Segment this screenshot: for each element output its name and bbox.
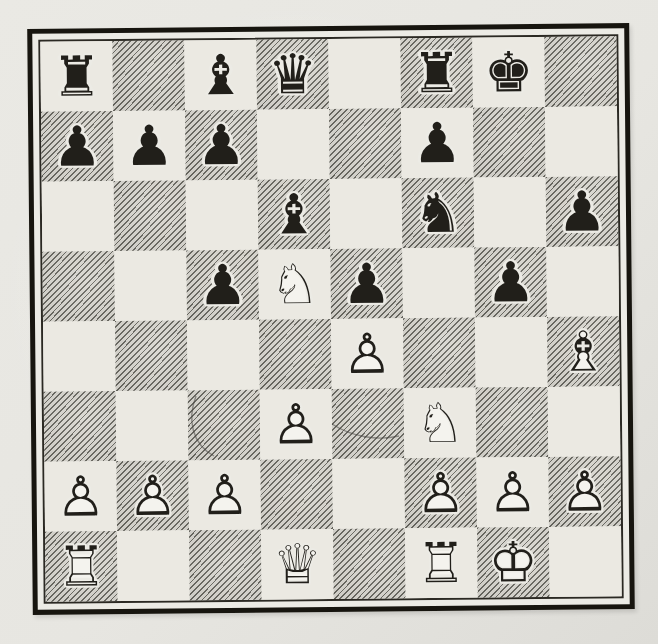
- square-c5: ♟: [186, 250, 259, 321]
- square-f3: ♞♘: [404, 388, 477, 459]
- black-bishop-d6: ♝: [258, 179, 331, 250]
- square-g1: ♚♔: [477, 527, 550, 598]
- square-c1: [189, 530, 262, 601]
- white-king-g1: ♚♔: [477, 527, 550, 598]
- white-piece-outline: ♙: [116, 460, 189, 531]
- square-g6: [474, 177, 547, 248]
- white-rook-a1: ♜♖: [45, 531, 118, 602]
- square-h2: ♟♙: [548, 456, 621, 527]
- black-knight-f6: ♞: [402, 178, 475, 249]
- black-piece-glyph: ♟: [546, 176, 619, 247]
- white-piece-outline: ♙: [331, 318, 404, 389]
- black-pawn-e5: ♟: [330, 248, 403, 319]
- square-f4: [403, 318, 476, 389]
- white-rook-f1: ♜♖: [405, 528, 478, 599]
- black-pawn-c7: ♟: [185, 110, 258, 181]
- white-pawn-c2: ♟♙: [188, 460, 261, 531]
- square-e4: ♟♙: [331, 318, 404, 389]
- square-d1: ♛♕: [261, 529, 334, 600]
- white-pawn-d3: ♟♙: [260, 389, 333, 460]
- square-h6: ♟: [546, 176, 619, 247]
- square-g4: [475, 317, 548, 388]
- chess-board: ♜♝♛♜♚♟♟♟♟♝♞♟♟♞♘♟♟♟♙♝♗♟♙♞♘♟♙♟♙♟♙♟♙♟♙♟♙♜♖♛…: [40, 36, 621, 602]
- white-pawn-f2: ♟♙: [404, 458, 477, 529]
- square-e7: [329, 108, 402, 179]
- white-pawn-a2: ♟♙: [44, 461, 117, 532]
- square-b2: ♟♙: [116, 460, 189, 531]
- chess-diagram-frame: ♜♝♛♜♚♟♟♟♟♝♞♟♟♞♘♟♟♟♙♝♗♟♙♞♘♟♙♟♙♟♙♟♙♟♙♟♙♜♖♛…: [27, 23, 635, 615]
- square-d7: [257, 109, 330, 180]
- square-d2: [260, 459, 333, 530]
- black-bishop-c8: ♝: [184, 40, 257, 111]
- square-g5: ♟: [474, 247, 547, 318]
- black-pawn-a7: ♟: [41, 111, 114, 182]
- white-piece-outline: ♙: [260, 389, 333, 460]
- black-pawn-g5: ♟: [474, 247, 547, 318]
- square-a7: ♟: [41, 111, 114, 182]
- square-a1: ♜♖: [45, 531, 118, 602]
- white-pawn-e4: ♟♙: [331, 318, 404, 389]
- black-piece-glyph: ♞: [402, 178, 475, 249]
- square-b4: [115, 320, 188, 391]
- black-piece-glyph: ♛: [256, 39, 329, 110]
- white-piece-outline: ♔: [477, 527, 550, 598]
- square-g3: [476, 387, 549, 458]
- black-piece-glyph: ♟: [330, 248, 403, 319]
- square-f2: ♟♙: [404, 458, 477, 529]
- square-b8: [112, 40, 185, 111]
- square-d5: ♞♘: [258, 249, 331, 320]
- black-piece-glyph: ♝: [184, 40, 257, 111]
- square-h3: [548, 386, 621, 457]
- square-c4: [187, 320, 260, 391]
- square-e8: [328, 38, 401, 109]
- square-a3: [44, 391, 117, 462]
- black-pawn-c5: ♟: [186, 250, 259, 321]
- square-g7: [473, 107, 546, 178]
- white-piece-outline: ♗: [547, 316, 620, 387]
- square-b3: [116, 390, 189, 461]
- square-a6: [42, 181, 115, 252]
- square-h8: [544, 36, 617, 107]
- square-a5: [42, 251, 115, 322]
- square-d8: ♛: [256, 39, 329, 110]
- square-h7: [545, 106, 618, 177]
- white-piece-outline: ♙: [404, 458, 477, 529]
- square-g2: ♟♙: [476, 457, 549, 528]
- white-pawn-b2: ♟♙: [116, 460, 189, 531]
- white-pawn-g2: ♟♙: [476, 457, 549, 528]
- square-f1: ♜♖: [405, 528, 478, 599]
- white-piece-outline: ♕: [261, 529, 334, 600]
- square-e5: ♟: [330, 248, 403, 319]
- white-piece-outline: ♙: [548, 456, 621, 527]
- square-e1: [333, 528, 406, 599]
- black-piece-glyph: ♟: [113, 110, 186, 181]
- square-f7: ♟: [401, 108, 474, 179]
- white-queen-d1: ♛♕: [261, 529, 334, 600]
- black-piece-glyph: ♟: [41, 111, 114, 182]
- square-g8: ♚: [472, 37, 545, 108]
- square-h5: [546, 246, 619, 317]
- square-a4: [43, 321, 116, 392]
- black-piece-glyph: ♜: [40, 41, 113, 112]
- square-c6: [186, 180, 259, 251]
- white-piece-outline: ♖: [405, 528, 478, 599]
- black-king-g8: ♚: [472, 37, 545, 108]
- square-e6: [330, 178, 403, 249]
- white-piece-outline: ♘: [404, 388, 477, 459]
- square-d3: ♟♙: [260, 389, 333, 460]
- square-c8: ♝: [184, 40, 257, 111]
- black-piece-glyph: ♚: [472, 37, 545, 108]
- white-piece-outline: ♙: [476, 457, 549, 528]
- board-inner-border: ♜♝♛♜♚♟♟♟♟♝♞♟♟♞♘♟♟♟♙♝♗♟♙♞♘♟♙♟♙♟♙♟♙♟♙♟♙♜♖♛…: [38, 34, 623, 604]
- white-piece-outline: ♖: [45, 531, 118, 602]
- white-pawn-h2: ♟♙: [548, 456, 621, 527]
- square-b6: [114, 180, 187, 251]
- black-piece-glyph: ♟: [185, 110, 258, 181]
- square-h4: ♝♗: [547, 316, 620, 387]
- black-pawn-f7: ♟: [401, 108, 474, 179]
- black-piece-glyph: ♟: [474, 247, 547, 318]
- black-piece-glyph: ♜: [400, 38, 473, 109]
- square-e3: [332, 388, 405, 459]
- black-rook-a8: ♜: [40, 41, 113, 112]
- black-rook-f8: ♜: [400, 38, 473, 109]
- black-pawn-b7: ♟: [113, 110, 186, 181]
- black-piece-glyph: ♝: [258, 179, 331, 250]
- white-piece-outline: ♘: [258, 249, 331, 320]
- square-b5: [114, 250, 187, 321]
- square-c2: ♟♙: [188, 460, 261, 531]
- black-piece-glyph: ♟: [186, 250, 259, 321]
- black-piece-glyph: ♟: [401, 108, 474, 179]
- square-d4: [259, 319, 332, 390]
- square-f5: [402, 248, 475, 319]
- white-knight-f3: ♞♘: [404, 388, 477, 459]
- white-piece-outline: ♙: [44, 461, 117, 532]
- square-f8: ♜: [400, 38, 473, 109]
- square-c7: ♟: [185, 110, 258, 181]
- black-pawn-h6: ♟: [546, 176, 619, 247]
- square-d6: ♝: [258, 179, 331, 250]
- white-piece-outline: ♙: [188, 460, 261, 531]
- square-b1: [117, 530, 190, 601]
- square-f6: ♞: [402, 178, 475, 249]
- square-h1: [549, 526, 622, 597]
- white-knight-d5: ♞♘: [258, 249, 331, 320]
- white-bishop-h4: ♝♗: [547, 316, 620, 387]
- square-a8: ♜: [40, 41, 113, 112]
- square-a2: ♟♙: [44, 461, 117, 532]
- square-c3: [188, 390, 261, 461]
- scanned-page: ♜♝♛♜♚♟♟♟♟♝♞♟♟♞♘♟♟♟♙♝♗♟♙♞♘♟♙♟♙♟♙♟♙♟♙♟♙♜♖♛…: [0, 0, 658, 644]
- square-e2: [332, 458, 405, 529]
- black-queen-d8: ♛: [256, 39, 329, 110]
- square-b7: ♟: [113, 110, 186, 181]
